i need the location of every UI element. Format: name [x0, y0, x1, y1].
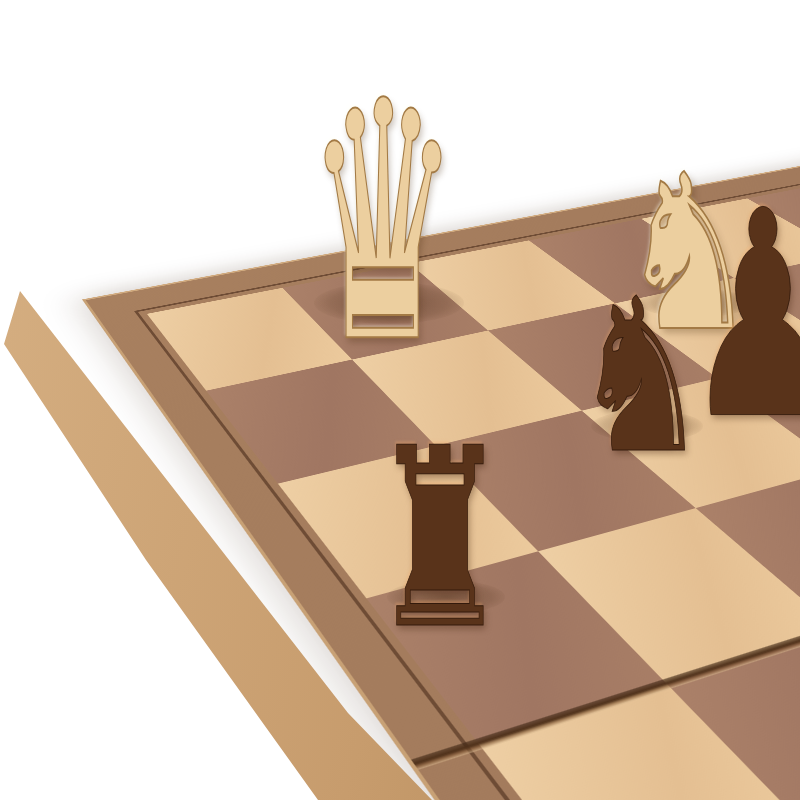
black-rook[interactable]: ♜ — [371, 415, 509, 663]
white-queen[interactable]: ♛ — [306, 58, 460, 388]
chess-photo-stage: ♛♞♞♟♜ — [0, 0, 800, 800]
black-pawn[interactable]: ♟ — [684, 173, 800, 458]
